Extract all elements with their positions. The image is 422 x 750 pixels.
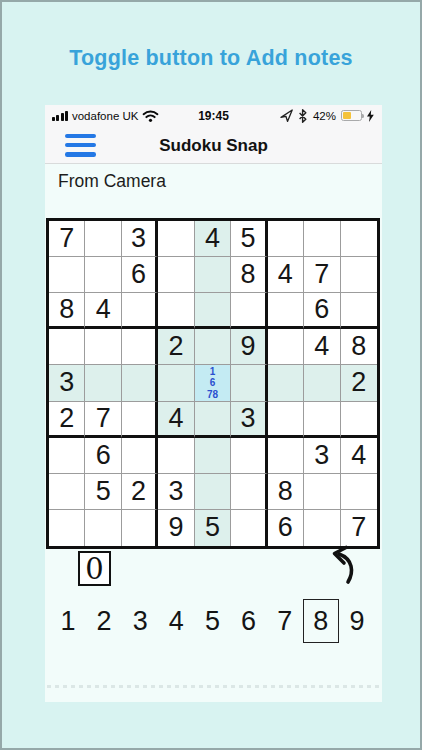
- cell-r5c8[interactable]: [304, 365, 340, 401]
- cell-r4c3[interactable]: [122, 329, 158, 365]
- numpad-8[interactable]: 8: [303, 599, 339, 643]
- cell-r8c4[interactable]: 3: [158, 474, 194, 510]
- cell-r6c1[interactable]: 2: [49, 402, 85, 438]
- cell-r6c6[interactable]: 3: [231, 402, 267, 438]
- cell-r8c3[interactable]: 2: [122, 474, 158, 510]
- phone-screen: vodafone UK 19:45 42%: [45, 105, 382, 702]
- cell-r8c8[interactable]: [304, 474, 340, 510]
- cell-r8c5[interactable]: [195, 474, 231, 510]
- cell-r6c7[interactable]: [268, 402, 304, 438]
- cell-r2c5[interactable]: [195, 257, 231, 293]
- cell-r8c6[interactable]: [231, 474, 267, 510]
- cell-r7c4[interactable]: [158, 438, 194, 474]
- cell-r3c3[interactable]: [122, 293, 158, 329]
- cell-r3c5[interactable]: [195, 293, 231, 329]
- screenshot-caption: Toggle button to Add notes: [0, 46, 422, 71]
- cell-r6c5[interactable]: [195, 402, 231, 438]
- cell-r7c7[interactable]: [268, 438, 304, 474]
- cell-r9c3[interactable]: [122, 510, 158, 546]
- wifi-icon: [142, 109, 159, 122]
- cell-r5c3[interactable]: [122, 365, 158, 401]
- cell-r7c8[interactable]: 3: [304, 438, 340, 474]
- cell-r5c1[interactable]: 3: [49, 365, 85, 401]
- cell-r4c8[interactable]: 4: [304, 329, 340, 365]
- cell-r1c5[interactable]: 4: [195, 221, 231, 257]
- app-store-screenshot: Toggle button to Add notes vodafone UK 1…: [0, 0, 422, 750]
- puzzle-source-label: From Camera: [58, 171, 166, 192]
- location-arrow-icon: [280, 109, 293, 122]
- cell-r6c4[interactable]: 4: [158, 402, 194, 438]
- cell-r1c3[interactable]: 3: [122, 221, 158, 257]
- cell-r1c9[interactable]: [341, 221, 377, 257]
- banner-placeholder: [47, 685, 380, 688]
- cell-r2c2[interactable]: [85, 257, 121, 293]
- notes-toggle-button[interactable]: 0: [78, 551, 111, 586]
- battery-percent-label: 42%: [313, 110, 336, 122]
- cell-r3c4[interactable]: [158, 293, 194, 329]
- cell-r8c1[interactable]: [49, 474, 85, 510]
- cell-r9c2[interactable]: [85, 510, 121, 546]
- cell-r8c2[interactable]: 5: [85, 474, 121, 510]
- pencil-note: 78: [207, 389, 218, 400]
- sudoku-grid: 734568478462948316782274363452389567: [46, 218, 380, 549]
- cell-r7c3[interactable]: [122, 438, 158, 474]
- cell-r9c1[interactable]: [49, 510, 85, 546]
- cell-r5c4[interactable]: [158, 365, 194, 401]
- undo-arrow-icon[interactable]: [315, 542, 361, 588]
- cell-r2c4[interactable]: [158, 257, 194, 293]
- numpad-1[interactable]: 1: [50, 599, 86, 643]
- cell-r2c8[interactable]: 7: [304, 257, 340, 293]
- cell-r2c1[interactable]: [49, 257, 85, 293]
- cell-r3c9[interactable]: [341, 293, 377, 329]
- cell-r3c1[interactable]: 8: [49, 293, 85, 329]
- cell-r3c7[interactable]: [268, 293, 304, 329]
- cell-r9c9[interactable]: 7: [341, 510, 377, 546]
- cell-r1c7[interactable]: [268, 221, 304, 257]
- cell-r4c1[interactable]: [49, 329, 85, 365]
- cell-r8c9[interactable]: [341, 474, 377, 510]
- numpad-6[interactable]: 6: [231, 599, 267, 643]
- cell-r2c7[interactable]: 4: [268, 257, 304, 293]
- numpad-5[interactable]: 5: [195, 599, 231, 643]
- numpad-4[interactable]: 4: [158, 599, 194, 643]
- numpad-3[interactable]: 3: [122, 599, 158, 643]
- cell-r3c6[interactable]: [231, 293, 267, 329]
- cell-r7c5[interactable]: [195, 438, 231, 474]
- cell-r2c3[interactable]: 6: [122, 257, 158, 293]
- cell-r3c2[interactable]: 4: [85, 293, 121, 329]
- cell-r7c9[interactable]: 4: [341, 438, 377, 474]
- cell-r1c8[interactable]: [304, 221, 340, 257]
- cell-r9c8[interactable]: [304, 510, 340, 546]
- cell-r9c5[interactable]: 5: [195, 510, 231, 546]
- cell-r1c1[interactable]: 7: [49, 221, 85, 257]
- cell-r6c8[interactable]: [304, 402, 340, 438]
- status-bar: vodafone UK 19:45 42%: [45, 105, 382, 126]
- cell-r4c9[interactable]: 8: [341, 329, 377, 365]
- cell-r4c7[interactable]: [268, 329, 304, 365]
- carrier-label: vodafone UK: [72, 110, 139, 122]
- cell-r4c2[interactable]: [85, 329, 121, 365]
- pencil-note: 1: [210, 366, 216, 377]
- cell-r4c6[interactable]: 9: [231, 329, 267, 365]
- cell-r6c9[interactable]: [341, 402, 377, 438]
- cell-r1c2[interactable]: [85, 221, 121, 257]
- cell-r1c6[interactable]: 5: [231, 221, 267, 257]
- numpad-9[interactable]: 9: [339, 599, 375, 643]
- app-title: Sudoku Snap: [45, 126, 382, 164]
- numpad-7[interactable]: 7: [267, 599, 303, 643]
- signal-bars-icon: [52, 111, 68, 121]
- cell-r1c4[interactable]: [158, 221, 194, 257]
- cell-r5c6[interactable]: [231, 365, 267, 401]
- cell-r9c4[interactable]: 9: [158, 510, 194, 546]
- bluetooth-icon: [297, 109, 308, 123]
- charging-bolt-icon: [366, 110, 375, 122]
- cell-r6c3[interactable]: [122, 402, 158, 438]
- cell-r4c4[interactable]: 2: [158, 329, 194, 365]
- cell-r8c7[interactable]: 8: [268, 474, 304, 510]
- pencil-note: 6: [210, 377, 216, 388]
- cell-r5c5[interactable]: 1678: [195, 365, 231, 401]
- cell-r7c2[interactable]: 6: [85, 438, 121, 474]
- nav-bar: Sudoku Snap: [45, 126, 382, 164]
- cell-r9c6[interactable]: [231, 510, 267, 546]
- cell-r6c2[interactable]: 7: [85, 402, 121, 438]
- cell-r2c6[interactable]: 8: [231, 257, 267, 293]
- cell-r5c9[interactable]: 2: [341, 365, 377, 401]
- cell-r7c6[interactable]: [231, 438, 267, 474]
- numpad-2[interactable]: 2: [86, 599, 122, 643]
- number-pad: 123456789: [50, 597, 375, 645]
- cell-r7c1[interactable]: [49, 438, 85, 474]
- cell-r5c2[interactable]: [85, 365, 121, 401]
- cell-r2c9[interactable]: [341, 257, 377, 293]
- cell-r3c8[interactable]: 6: [304, 293, 340, 329]
- cell-r4c5[interactable]: [195, 329, 231, 365]
- battery-icon: [341, 110, 362, 121]
- cell-r5c7[interactable]: [268, 365, 304, 401]
- cell-r9c7[interactable]: 6: [268, 510, 304, 546]
